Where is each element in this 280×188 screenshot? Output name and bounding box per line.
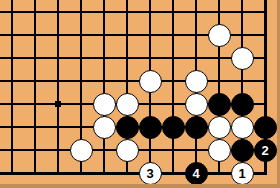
stone-white <box>139 70 162 93</box>
stone-white <box>93 116 116 139</box>
stone-black <box>208 93 231 116</box>
stone-black <box>185 116 208 139</box>
stone-move-2: 2 <box>254 139 277 162</box>
stone-white <box>70 139 93 162</box>
grid-hline <box>0 80 267 82</box>
stone-move-3: 3 <box>139 162 162 185</box>
stone-black <box>254 116 277 139</box>
stone-black <box>116 116 139 139</box>
board-edge-line-bottom <box>0 172 267 175</box>
stone-white <box>208 116 231 139</box>
stone-black <box>139 116 162 139</box>
go-board-diagram: 2341 <box>0 0 280 188</box>
star-point <box>55 101 61 107</box>
stone-white <box>116 139 139 162</box>
stone-black <box>231 93 254 116</box>
stone-black <box>162 116 185 139</box>
grid-hline <box>0 57 267 59</box>
stone-black <box>231 139 254 162</box>
stone-white <box>185 70 208 93</box>
stone-white <box>185 93 208 116</box>
stone-white <box>116 93 139 116</box>
stone-white <box>93 93 116 116</box>
stone-white <box>208 139 231 162</box>
stone-white <box>231 116 254 139</box>
stone-move-4: 4 <box>185 162 208 185</box>
grid-hline <box>0 11 267 13</box>
board-shadow-bottom <box>0 184 280 188</box>
board-shadow-right <box>277 0 280 188</box>
stone-move-1: 1 <box>231 162 254 185</box>
stone-white <box>208 24 231 47</box>
stone-white <box>231 47 254 70</box>
